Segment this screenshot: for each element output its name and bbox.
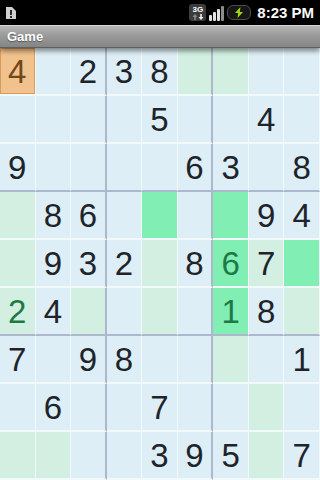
no-sim-icon xyxy=(3,4,19,21)
sudoku-cell[interactable] xyxy=(178,384,214,432)
status-bar-left xyxy=(3,4,189,21)
sudoku-cell[interactable] xyxy=(36,336,72,384)
sudoku-cell[interactable] xyxy=(284,240,320,288)
battery-charging-icon xyxy=(227,5,251,20)
sudoku-cell[interactable] xyxy=(249,384,285,432)
sudoku-cell[interactable] xyxy=(107,384,143,432)
sudoku-cell[interactable] xyxy=(107,432,143,480)
sudoku-cell[interactable] xyxy=(71,432,107,480)
sudoku-cell[interactable]: 9 xyxy=(71,336,107,384)
sudoku-cell[interactable]: 6 xyxy=(178,144,214,192)
sudoku-cell[interactable]: 6 xyxy=(213,240,249,288)
sudoku-cell[interactable] xyxy=(0,240,36,288)
sudoku-cell[interactable] xyxy=(0,96,36,144)
sudoku-cell[interactable] xyxy=(249,336,285,384)
sudoku-cell[interactable] xyxy=(178,192,214,240)
sudoku-cell[interactable] xyxy=(0,192,36,240)
sudoku-cell[interactable]: 9 xyxy=(178,432,214,480)
sudoku-cell[interactable] xyxy=(36,48,72,96)
sudoku-cell[interactable]: 3 xyxy=(107,48,143,96)
sudoku-cell[interactable] xyxy=(213,96,249,144)
clock-text: 8:23 PM xyxy=(257,4,314,21)
sudoku-cell[interactable] xyxy=(107,144,143,192)
sudoku-cell[interactable] xyxy=(107,192,143,240)
sudoku-cell[interactable] xyxy=(213,48,249,96)
sudoku-cell[interactable] xyxy=(249,432,285,480)
sudoku-board: 4238549638869493286724187981673957 xyxy=(0,48,320,480)
sudoku-cell[interactable]: 1 xyxy=(284,336,320,384)
sudoku-cell[interactable] xyxy=(36,144,72,192)
sudoku-cell[interactable] xyxy=(249,144,285,192)
sudoku-cell[interactable] xyxy=(249,48,285,96)
sudoku-cell[interactable]: 3 xyxy=(71,240,107,288)
sudoku-cell[interactable] xyxy=(213,336,249,384)
signal-strength-icon xyxy=(209,4,224,22)
sudoku-cell[interactable]: 2 xyxy=(107,240,143,288)
title-bar: Game xyxy=(0,25,320,48)
sudoku-cell[interactable]: 4 xyxy=(249,96,285,144)
sudoku-cell[interactable] xyxy=(284,48,320,96)
sudoku-cell[interactable]: 6 xyxy=(36,384,72,432)
sudoku-cell[interactable]: 1 xyxy=(213,288,249,336)
sudoku-cell[interactable]: 7 xyxy=(0,336,36,384)
sudoku-cell[interactable] xyxy=(71,384,107,432)
sudoku-cell[interactable] xyxy=(284,96,320,144)
sudoku-cell[interactable]: 3 xyxy=(142,432,178,480)
sudoku-cell[interactable]: 9 xyxy=(36,240,72,288)
sudoku-cell[interactable] xyxy=(178,336,214,384)
sudoku-cell[interactable] xyxy=(0,384,36,432)
sudoku-cell[interactable] xyxy=(107,288,143,336)
sudoku-cell[interactable]: 8 xyxy=(178,240,214,288)
sudoku-cell[interactable] xyxy=(178,288,214,336)
sudoku-cell[interactable]: 4 xyxy=(0,48,36,96)
sudoku-cell[interactable]: 4 xyxy=(284,192,320,240)
sudoku-cell[interactable]: 5 xyxy=(213,432,249,480)
sudoku-cell[interactable] xyxy=(36,432,72,480)
sudoku-cell[interactable] xyxy=(142,144,178,192)
sudoku-cell[interactable] xyxy=(284,384,320,432)
sudoku-cell[interactable]: 7 xyxy=(249,240,285,288)
sudoku-cell[interactable]: 8 xyxy=(142,48,178,96)
sudoku-cell[interactable] xyxy=(71,288,107,336)
sudoku-cell[interactable] xyxy=(142,288,178,336)
sudoku-cell[interactable] xyxy=(178,48,214,96)
sudoku-cell[interactable] xyxy=(284,288,320,336)
sudoku-cell[interactable]: 2 xyxy=(0,288,36,336)
sudoku-cell[interactable]: 8 xyxy=(249,288,285,336)
mobile-data-label: 3G xyxy=(192,6,203,14)
sudoku-cell[interactable] xyxy=(71,96,107,144)
sudoku-cell[interactable]: 3 xyxy=(213,144,249,192)
sudoku-cell[interactable]: 4 xyxy=(36,288,72,336)
sudoku-cell[interactable] xyxy=(213,384,249,432)
sudoku-cell[interactable] xyxy=(71,144,107,192)
status-bar: 3G 8:23 PM xyxy=(0,0,320,25)
sudoku-cell[interactable] xyxy=(36,96,72,144)
sudoku-cell[interactable]: 9 xyxy=(0,144,36,192)
charging-bolt-icon xyxy=(233,7,245,18)
sudoku-cell[interactable]: 7 xyxy=(142,384,178,432)
sudoku-cell[interactable]: 9 xyxy=(249,192,285,240)
sudoku-cell[interactable]: 5 xyxy=(142,96,178,144)
sudoku-cell[interactable] xyxy=(142,240,178,288)
sudoku-cell[interactable] xyxy=(0,432,36,480)
sudoku-cell[interactable]: 8 xyxy=(107,336,143,384)
sudoku-cell[interactable] xyxy=(213,192,249,240)
data-arrows-icon xyxy=(192,14,204,20)
sudoku-cell[interactable]: 8 xyxy=(36,192,72,240)
sudoku-cell[interactable]: 7 xyxy=(284,432,320,480)
sudoku-cell[interactable]: 6 xyxy=(71,192,107,240)
sudoku-cell[interactable]: 2 xyxy=(71,48,107,96)
page-title: Game xyxy=(7,29,43,44)
sudoku-cell[interactable] xyxy=(107,96,143,144)
status-bar-right: 3G 8:23 PM xyxy=(189,4,317,22)
mobile-data-3g-icon: 3G xyxy=(189,4,206,21)
sudoku-cell[interactable]: 8 xyxy=(284,144,320,192)
sudoku-cell[interactable] xyxy=(142,336,178,384)
sudoku-cell[interactable] xyxy=(142,192,178,240)
sudoku-cell[interactable] xyxy=(178,96,214,144)
